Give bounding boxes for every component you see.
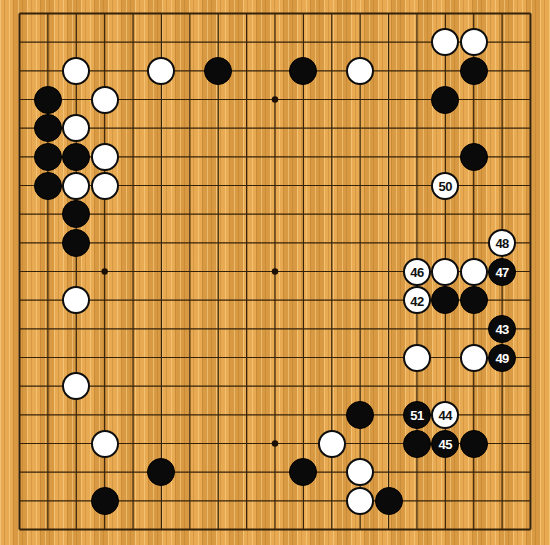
stone-white xyxy=(403,344,431,372)
stone-black xyxy=(34,143,62,171)
stone-white xyxy=(431,258,459,286)
stone-white xyxy=(91,430,119,458)
stone-black xyxy=(460,430,488,458)
move-number-label: 50 xyxy=(439,180,452,193)
stone-white xyxy=(346,487,374,515)
stone-white xyxy=(460,28,488,56)
stone-white xyxy=(62,172,90,200)
stone-black xyxy=(460,286,488,314)
stone-black xyxy=(375,487,403,515)
move-number-label: 43 xyxy=(495,323,508,336)
stone-white xyxy=(91,172,119,200)
stone-black xyxy=(62,143,90,171)
move-number-label: 49 xyxy=(495,352,508,365)
stone-black-move-51: 51 xyxy=(403,401,431,429)
star-point xyxy=(101,268,107,274)
move-number-label: 42 xyxy=(410,294,423,307)
stone-black xyxy=(403,430,431,458)
stone-white xyxy=(460,258,488,286)
stone-white-move-48: 48 xyxy=(488,229,516,257)
move-number-label: 47 xyxy=(495,266,508,279)
stone-black xyxy=(460,143,488,171)
stone-black xyxy=(346,401,374,429)
stone-black-move-47: 47 xyxy=(488,258,516,286)
stone-white-move-46: 46 xyxy=(403,258,431,286)
star-point xyxy=(272,96,278,102)
stone-white xyxy=(346,57,374,85)
stone-black-move-43: 43 xyxy=(488,315,516,343)
move-number-label: 44 xyxy=(439,409,452,422)
move-number-label: 48 xyxy=(495,237,508,250)
star-point xyxy=(272,268,278,274)
stone-black xyxy=(34,172,62,200)
stone-white-move-42: 42 xyxy=(403,286,431,314)
stone-black xyxy=(460,57,488,85)
move-number-label: 46 xyxy=(410,266,423,279)
stone-black xyxy=(204,57,232,85)
move-number-label: 51 xyxy=(410,409,423,422)
stone-white-move-44: 44 xyxy=(431,401,459,429)
stone-black xyxy=(91,487,119,515)
stone-white xyxy=(91,143,119,171)
stone-black xyxy=(62,229,90,257)
stone-black xyxy=(431,86,459,114)
stone-white-move-50: 50 xyxy=(431,172,459,200)
stone-white xyxy=(460,344,488,372)
move-number-label: 45 xyxy=(439,438,452,451)
stone-white xyxy=(91,86,119,114)
stone-white xyxy=(62,57,90,85)
stone-black xyxy=(34,114,62,142)
star-point xyxy=(272,440,278,446)
stone-black-move-45: 45 xyxy=(431,430,459,458)
stone-white xyxy=(318,430,346,458)
stone-black-move-49: 49 xyxy=(488,344,516,372)
stone-black xyxy=(34,86,62,114)
go-board[interactable]: 50484647424349514445 xyxy=(0,0,550,545)
